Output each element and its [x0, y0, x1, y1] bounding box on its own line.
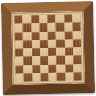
square-r6c4 [40, 56, 48, 64]
square-r5c8 [73, 47, 81, 55]
square-r8c5 [49, 73, 57, 81]
square-r4c5 [48, 40, 56, 48]
square-r7c6 [57, 64, 65, 72]
square-r7c4 [40, 64, 48, 72]
square-r8c1 [16, 73, 24, 81]
square-r1c8 [72, 14, 80, 22]
square-r4c4 [40, 40, 48, 48]
square-r2c8 [72, 23, 80, 31]
square-r1c7 [64, 14, 72, 22]
square-r1c2 [23, 15, 31, 23]
square-r3c4 [39, 32, 47, 40]
square-r3c1 [15, 32, 23, 40]
square-r6c6 [56, 56, 64, 64]
square-r2c5 [47, 23, 55, 31]
square-r7c3 [32, 65, 40, 73]
square-r8c7 [65, 72, 73, 80]
square-r3c8 [72, 31, 80, 39]
square-r2c7 [64, 23, 72, 31]
square-r4c2 [23, 40, 31, 48]
square-r2c1 [14, 24, 22, 32]
square-r7c7 [65, 64, 73, 72]
square-r4c8 [73, 39, 81, 47]
square-r4c1 [15, 40, 23, 48]
square-r6c7 [65, 56, 73, 64]
square-r1c4 [39, 15, 47, 23]
square-r7c2 [24, 65, 32, 73]
photo-background [0, 0, 96, 96]
square-r1c3 [31, 15, 39, 23]
board-grid [14, 14, 81, 81]
chess-board [1, 1, 95, 95]
square-r6c8 [73, 56, 81, 64]
square-r8c8 [73, 72, 81, 80]
square-r1c1 [14, 16, 22, 24]
square-r3c6 [56, 31, 64, 39]
square-r3c2 [23, 32, 31, 40]
square-r8c6 [57, 72, 65, 80]
square-r7c5 [48, 64, 56, 72]
square-r5c4 [40, 48, 48, 56]
square-r1c6 [56, 15, 64, 23]
square-r4c3 [31, 40, 39, 48]
square-r7c1 [15, 65, 23, 73]
square-r8c3 [32, 73, 40, 81]
square-r5c3 [32, 48, 40, 56]
square-r6c5 [48, 56, 56, 64]
square-r3c7 [64, 31, 72, 39]
square-r1c5 [47, 15, 55, 23]
square-r2c2 [23, 24, 31, 32]
square-r2c3 [31, 23, 39, 31]
square-r2c4 [39, 23, 47, 31]
square-r2c6 [56, 23, 64, 31]
square-r3c3 [31, 32, 39, 40]
square-r4c7 [64, 39, 72, 47]
square-r5c5 [48, 48, 56, 56]
square-r6c3 [32, 56, 40, 64]
square-r7c8 [73, 64, 81, 72]
square-r3c5 [48, 31, 56, 39]
square-r5c7 [64, 47, 72, 55]
square-r8c4 [40, 73, 48, 81]
square-r5c6 [56, 48, 64, 56]
square-r5c2 [23, 48, 31, 56]
square-r6c2 [23, 57, 31, 65]
square-r8c2 [24, 73, 32, 81]
square-r4c6 [56, 39, 64, 47]
square-r5c1 [15, 49, 23, 57]
square-r6c1 [15, 57, 23, 65]
